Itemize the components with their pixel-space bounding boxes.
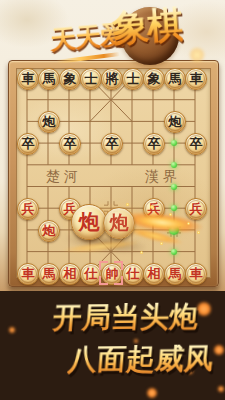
xiangqi-piece[interactable]: 士 [80, 68, 102, 90]
app-screen: 天天爱 象棋 楚河 漢界 車馬象士將士象馬車炮炮卒卒卒卒卒兵兵兵兵炮車馬相仕帥仕… [0, 0, 225, 400]
xiangqi-piece[interactable]: 士 [122, 68, 144, 90]
moving-cannon-ghost: 炮 [103, 207, 135, 239]
xiangqi-piece[interactable]: 將 [101, 68, 123, 90]
spark-effect [126, 203, 129, 206]
xiangqi-piece[interactable]: 炮 [38, 220, 60, 242]
xiangqi-piece[interactable]: 卒 [59, 133, 81, 155]
xiangqi-piece[interactable]: 馬 [164, 68, 186, 90]
spark-effect [187, 222, 190, 225]
xiangqi-piece[interactable]: 車 [185, 68, 207, 90]
xiangqi-piece[interactable]: 卒 [101, 133, 123, 155]
bokeh-light [197, 302, 211, 316]
bracket-corner [114, 261, 123, 270]
slogan-line1: 开局当头炮 [52, 302, 199, 332]
spark-effect [197, 231, 200, 234]
bokeh-light [218, 386, 224, 392]
bokeh-light [147, 388, 157, 398]
move-hint-dot[interactable] [171, 249, 177, 255]
bokeh-light [9, 327, 15, 333]
xiangqi-piece[interactable]: 象 [143, 68, 165, 90]
spark-effect [150, 205, 154, 209]
logo-text-part2: 象棋 [111, 6, 183, 48]
app-logo: 天天爱 象棋 [0, 0, 225, 70]
xiangqi-piece[interactable]: 卒 [17, 133, 39, 155]
board-grid [8, 60, 217, 285]
xiangqi-piece[interactable]: 車 [17, 68, 39, 90]
xiangqi-piece[interactable]: 馬 [38, 68, 60, 90]
river-label-right: 漢界 [145, 169, 181, 183]
move-hint-dot[interactable] [171, 184, 177, 190]
bracket-corner [99, 276, 108, 285]
river-label-left: 楚河 [46, 169, 82, 183]
move-hint-dot[interactable] [169, 225, 179, 235]
xiangqi-piece[interactable]: 卒 [185, 133, 207, 155]
bracket-corner [114, 276, 123, 285]
xiangqi-piece[interactable]: 卒 [143, 133, 165, 155]
bokeh-light [214, 345, 224, 355]
moving-cannon-piece[interactable]: 炮 [71, 204, 107, 240]
sparkle-icon [188, 46, 206, 64]
bracket-corner [99, 261, 108, 270]
spark-effect [140, 251, 143, 254]
king-selection-bracket [99, 261, 123, 285]
slogan-line2: 八面起威风 [67, 344, 214, 374]
xiangqi-piece[interactable]: 象 [59, 68, 81, 90]
move-hint-dot[interactable] [171, 162, 177, 168]
spark-effect [160, 242, 163, 245]
spark-effect [169, 213, 172, 216]
